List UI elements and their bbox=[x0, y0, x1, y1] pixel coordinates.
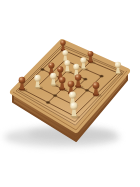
scene bbox=[0, 0, 140, 187]
hole-e5[interactable] bbox=[83, 78, 87, 80]
hole-a4[interactable] bbox=[41, 68, 45, 70]
hole-f4[interactable] bbox=[85, 89, 89, 91]
hole-f6[interactable] bbox=[100, 75, 104, 77]
board-svg bbox=[0, 0, 140, 187]
hole-d1[interactable] bbox=[46, 101, 50, 103]
hole-d2[interactable] bbox=[53, 95, 57, 97]
